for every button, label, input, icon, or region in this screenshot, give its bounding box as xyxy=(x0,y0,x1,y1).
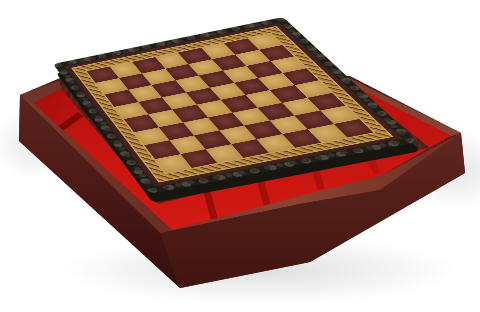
product-photo xyxy=(0,0,480,312)
